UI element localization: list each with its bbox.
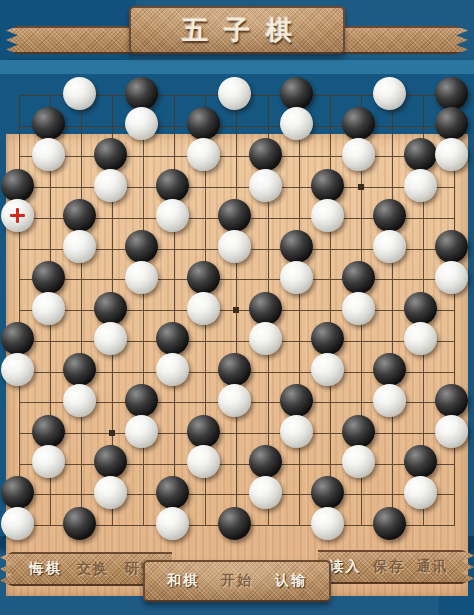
black-stone	[249, 138, 282, 171]
black-stone	[125, 77, 158, 110]
menu-item-交换[interactable]: 交换	[77, 560, 109, 578]
black-stone	[156, 476, 189, 509]
black-stone	[125, 384, 158, 417]
black-stone	[311, 169, 344, 202]
white-stone	[1, 507, 34, 540]
black-stone	[1, 169, 34, 202]
black-stone	[280, 384, 313, 417]
white-stone	[280, 261, 313, 294]
black-stone	[187, 107, 220, 140]
white-stone	[32, 138, 65, 171]
white-stone	[94, 169, 127, 202]
black-stone	[156, 322, 189, 355]
white-stone	[187, 292, 220, 325]
menu-item-和棋[interactable]: 和棋	[167, 572, 199, 590]
white-stone	[32, 445, 65, 478]
menu-item-开始[interactable]: 开始	[221, 572, 253, 590]
menu-item-保存[interactable]: 保存	[373, 558, 405, 576]
gomoku-app: { "game": "gomoku", "window": { "title":…	[0, 0, 474, 615]
white-stone	[187, 138, 220, 171]
white-stone	[280, 415, 313, 448]
black-stone	[63, 353, 96, 386]
white-stone	[1, 353, 34, 386]
white-stone	[125, 415, 158, 448]
white-stone	[404, 169, 437, 202]
black-stone	[1, 476, 34, 509]
white-stone	[94, 322, 127, 355]
black-stone	[311, 476, 344, 509]
white-stone	[342, 138, 375, 171]
white-stone	[311, 507, 344, 540]
black-stone	[94, 292, 127, 325]
menu-item-读入[interactable]: 读入	[330, 558, 362, 576]
black-stone	[32, 415, 65, 448]
black-stone	[404, 292, 437, 325]
white-stone	[63, 384, 96, 417]
star-point	[358, 184, 364, 190]
black-stone	[218, 507, 251, 540]
white-stone	[156, 507, 189, 540]
black-stone	[218, 353, 251, 386]
black-stone	[1, 322, 34, 355]
black-stone	[63, 199, 96, 232]
white-stone	[125, 107, 158, 140]
black-stone	[94, 138, 127, 171]
black-stone	[280, 77, 313, 110]
black-stone	[187, 261, 220, 294]
white-stone	[187, 445, 220, 478]
white-stone	[435, 415, 468, 448]
white-stone	[373, 384, 406, 417]
title-ribbon-center: 五子棋	[129, 6, 345, 54]
star-point	[109, 430, 115, 436]
black-stone	[32, 261, 65, 294]
white-stone	[218, 230, 251, 263]
menu-item-悔棋[interactable]: 悔棋	[30, 560, 62, 578]
black-stone	[249, 292, 282, 325]
black-stone	[373, 507, 406, 540]
black-stone	[125, 230, 158, 263]
white-stone	[342, 292, 375, 325]
white-stone	[156, 353, 189, 386]
app-title: 五子棋	[131, 13, 343, 48]
star-point	[233, 307, 239, 313]
black-stone	[342, 415, 375, 448]
menu-item-认输[interactable]: 认输	[275, 572, 307, 590]
black-stone	[32, 107, 65, 140]
white-stone	[249, 476, 282, 509]
white-stone	[94, 476, 127, 509]
white-stone	[218, 384, 251, 417]
last-move-marker	[10, 208, 25, 223]
menu-ribbon-right: 读入保存通讯	[318, 550, 474, 584]
white-stone	[32, 292, 65, 325]
menu-center: 和棋开始认输	[145, 572, 329, 590]
black-stone	[342, 261, 375, 294]
white-stone	[218, 77, 251, 110]
menu-ribbon-center: 和棋开始认输	[143, 560, 331, 602]
black-stone	[63, 507, 96, 540]
white-stone	[63, 77, 96, 110]
menu-item-通讯[interactable]: 通讯	[417, 558, 449, 576]
white-stone	[373, 77, 406, 110]
black-stone	[435, 77, 468, 110]
white-stone	[249, 169, 282, 202]
black-stone	[156, 169, 189, 202]
white-stone	[125, 261, 158, 294]
black-stone	[94, 445, 127, 478]
menu-right: 读入保存通讯	[318, 558, 474, 576]
white-stone	[63, 230, 96, 263]
black-stone	[187, 415, 220, 448]
